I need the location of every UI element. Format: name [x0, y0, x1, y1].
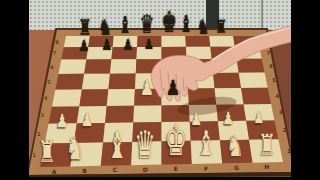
arm-hand-silhouette — [151, 26, 291, 101]
letterbox-right — [291, 0, 320, 180]
players-arm-hand — [0, 0, 320, 180]
letterbox-bottom — [0, 177, 320, 180]
letterbox-left — [0, 0, 29, 180]
video-frame: ABCDEFGH1234567812345678 ♜♞♝♛♚♝♞♜♟♟♟♟♟♟♟… — [0, 0, 320, 180]
